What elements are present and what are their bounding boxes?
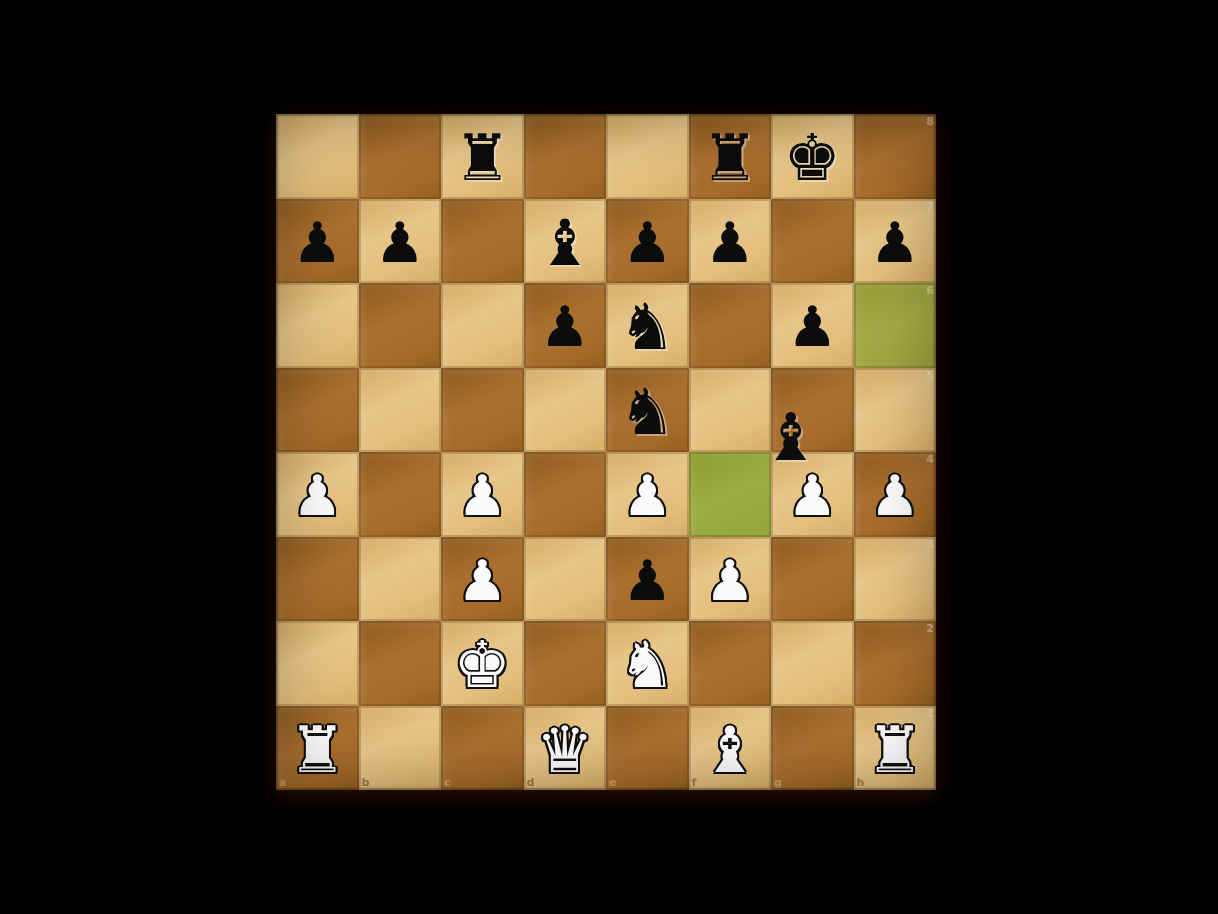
square-a5[interactable] (276, 368, 359, 453)
file-label-h: h (857, 776, 865, 789)
square-c5[interactable] (441, 368, 524, 453)
square-a7[interactable]: ♟ (276, 199, 359, 284)
square-e5[interactable]: ♞ (606, 368, 689, 453)
black-rook-c8[interactable]: ♜ (454, 126, 511, 190)
white-pawn-h4[interactable]: ♟ (870, 468, 920, 524)
file-label-f: f (692, 776, 697, 789)
square-g2[interactable] (771, 621, 854, 706)
square-g6[interactable]: ♟ (771, 283, 854, 368)
white-king-c2[interactable]: ♚ (454, 633, 511, 697)
square-h1[interactable]: h1♜ (854, 706, 937, 791)
square-f3[interactable]: ♟ (689, 537, 772, 622)
white-queen-d1[interactable]: ♛ (536, 718, 593, 782)
square-h7[interactable]: 7♟ (854, 199, 937, 284)
square-e2[interactable]: ♞ (606, 621, 689, 706)
square-h6[interactable]: 6 (854, 283, 937, 368)
square-g8[interactable]: ♚ (771, 114, 854, 199)
chess-board: ♜♜♚8♟♟♝♟♟7♟♟♞♟6♞5♟♟♟♟4♟♟♟♟3♚♞2a♜bcd♛ef♝g… (276, 114, 936, 790)
black-knight-e5[interactable]: ♞ (619, 380, 676, 444)
square-e8[interactable] (606, 114, 689, 199)
black-pawn-e7[interactable]: ♟ (622, 215, 672, 271)
rank-label-1: 1 (926, 707, 934, 720)
black-bishop-in-transit[interactable]: ♝ (761, 405, 820, 471)
square-b3[interactable] (359, 537, 442, 622)
black-pawn-g6[interactable]: ♟ (787, 299, 837, 355)
square-d1[interactable]: d♛ (524, 706, 607, 791)
square-h3[interactable]: 3 (854, 537, 937, 622)
square-c4[interactable]: ♟ (441, 452, 524, 537)
white-pawn-e4[interactable]: ♟ (622, 468, 672, 524)
square-e3[interactable]: ♟ (606, 537, 689, 622)
rank-label-5: 5 (926, 369, 934, 382)
rank-label-8: 8 (926, 115, 934, 128)
square-d7[interactable]: ♝ (524, 199, 607, 284)
square-g3[interactable] (771, 537, 854, 622)
file-label-b: b (362, 776, 370, 789)
square-f5[interactable] (689, 368, 772, 453)
white-rook-h1[interactable]: ♜ (866, 718, 923, 782)
white-pawn-f3[interactable]: ♟ (705, 553, 755, 609)
black-pawn-f7[interactable]: ♟ (705, 215, 755, 271)
square-c8[interactable]: ♜ (441, 114, 524, 199)
white-rook-a1[interactable]: ♜ (289, 718, 346, 782)
rank-label-3: 3 (926, 538, 934, 551)
square-d6[interactable]: ♟ (524, 283, 607, 368)
square-a4[interactable]: ♟ (276, 452, 359, 537)
square-e1[interactable]: e (606, 706, 689, 791)
square-b2[interactable] (359, 621, 442, 706)
square-a2[interactable] (276, 621, 359, 706)
square-b8[interactable] (359, 114, 442, 199)
square-f8[interactable]: ♜ (689, 114, 772, 199)
rank-label-7: 7 (926, 200, 934, 213)
square-a3[interactable] (276, 537, 359, 622)
square-f4[interactable] (689, 452, 772, 537)
file-label-a: a (279, 776, 286, 789)
square-d4[interactable] (524, 452, 607, 537)
square-c6[interactable] (441, 283, 524, 368)
file-label-e: e (609, 776, 616, 789)
square-d8[interactable] (524, 114, 607, 199)
rank-label-6: 6 (926, 284, 934, 297)
square-a6[interactable] (276, 283, 359, 368)
rank-label-2: 2 (926, 622, 934, 635)
white-pawn-g4[interactable]: ♟ (787, 468, 837, 524)
square-h4[interactable]: 4♟ (854, 452, 937, 537)
square-a1[interactable]: a♜ (276, 706, 359, 791)
black-pawn-d6[interactable]: ♟ (540, 299, 590, 355)
rank-label-4: 4 (926, 453, 934, 466)
file-label-c: c (444, 776, 451, 789)
file-label-d: d (527, 776, 535, 789)
white-pawn-c4[interactable]: ♟ (457, 468, 507, 524)
black-pawn-e3[interactable]: ♟ (622, 553, 672, 609)
square-e6[interactable]: ♞ (606, 283, 689, 368)
square-b5[interactable] (359, 368, 442, 453)
white-bishop-f1[interactable]: ♝ (701, 718, 758, 782)
black-king-g8[interactable]: ♚ (784, 126, 841, 190)
square-b4[interactable] (359, 452, 442, 537)
square-h5[interactable]: 5 (854, 368, 937, 453)
square-e4[interactable]: ♟ (606, 452, 689, 537)
square-b7[interactable]: ♟ (359, 199, 442, 284)
square-d5[interactable] (524, 368, 607, 453)
square-c7[interactable] (441, 199, 524, 284)
black-pawn-h7[interactable]: ♟ (870, 215, 920, 271)
square-f1[interactable]: f♝ (689, 706, 772, 791)
black-pawn-b7[interactable]: ♟ (375, 215, 425, 271)
white-pawn-c3[interactable]: ♟ (457, 553, 507, 609)
square-f2[interactable] (689, 621, 772, 706)
square-b6[interactable] (359, 283, 442, 368)
square-d3[interactable] (524, 537, 607, 622)
square-c2[interactable]: ♚ (441, 621, 524, 706)
square-d2[interactable] (524, 621, 607, 706)
white-knight-e2[interactable]: ♞ (619, 633, 676, 697)
black-pawn-a7[interactable]: ♟ (292, 215, 342, 271)
square-h8[interactable]: 8 (854, 114, 937, 199)
square-g1[interactable]: g (771, 706, 854, 791)
square-c1[interactable]: c (441, 706, 524, 791)
square-h2[interactable]: 2 (854, 621, 937, 706)
square-f7[interactable]: ♟ (689, 199, 772, 284)
square-f6[interactable] (689, 283, 772, 368)
file-label-g: g (774, 776, 782, 789)
square-e7[interactable]: ♟ (606, 199, 689, 284)
square-b1[interactable]: b (359, 706, 442, 791)
black-rook-f8[interactable]: ♜ (701, 126, 758, 190)
square-c3[interactable]: ♟ (441, 537, 524, 622)
black-knight-e6[interactable]: ♞ (619, 295, 676, 359)
square-a8[interactable] (276, 114, 359, 199)
square-g7[interactable] (771, 199, 854, 284)
video-letterbox-background: ♜♜♚8♟♟♝♟♟7♟♟♞♟6♞5♟♟♟♟4♟♟♟♟3♚♞2a♜bcd♛ef♝g… (0, 0, 1218, 914)
black-bishop-d7[interactable]: ♝ (536, 211, 593, 275)
white-pawn-a4[interactable]: ♟ (292, 468, 342, 524)
